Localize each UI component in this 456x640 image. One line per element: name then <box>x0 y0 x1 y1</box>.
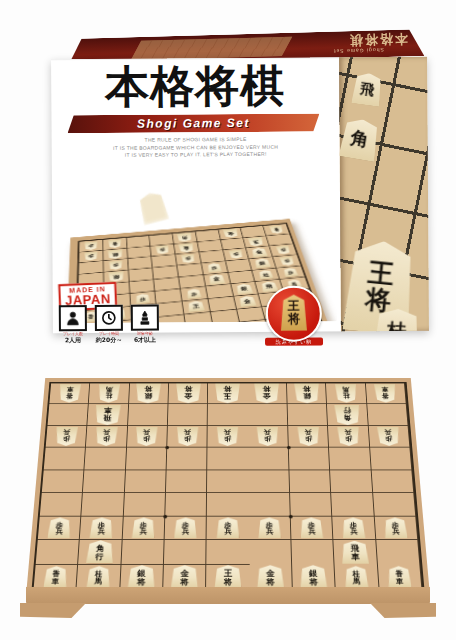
board-cell: 桂馬 <box>77 564 121 589</box>
board-cell: 歩兵 <box>208 426 249 448</box>
board-cell <box>158 314 186 323</box>
shogi-piece-角-down: 角 <box>177 233 192 242</box>
shogi-piece-飛車-gote: 飛車 <box>95 405 121 425</box>
shogi-piece-香-down: 香 <box>108 239 121 248</box>
board-cell <box>249 493 291 516</box>
board-cell: 歩兵 <box>248 426 289 448</box>
shogi-piece-歩-up: 歩 <box>135 293 150 304</box>
board-cell <box>208 448 249 470</box>
board-cell <box>330 470 372 493</box>
shogi-piece-歩-down: 歩 <box>84 252 97 261</box>
shogi-piece-歩兵-gote: 歩兵 <box>337 427 359 446</box>
shogi-piece-金将-gote: 金将 <box>175 384 200 404</box>
shogi-piece-歩兵-gote: 歩兵 <box>297 427 319 446</box>
king-piece-badge: 王 将 読みやすい駒 <box>265 285 323 345</box>
board-cell <box>128 404 169 425</box>
shogi-piece-桂馬-gote: 桂馬 <box>98 384 120 402</box>
box-subtitle: Shogi Game Set <box>137 116 250 131</box>
board-cell: 銀将 <box>287 383 327 404</box>
spec-age: 対象年齢 6才以上 <box>131 305 159 344</box>
board-cell: 玉将 <box>208 383 248 404</box>
board-cell: 歩兵 <box>291 516 334 540</box>
spec-age-value: 6才以上 <box>131 336 159 343</box>
spec-icons: プレイ人数 2人用 プレイ時間 約20分～ 対象年齢 6才以上 <box>59 305 159 344</box>
board-cell <box>367 404 409 425</box>
shogi-piece-金-down: 金 <box>178 243 194 253</box>
shogi-piece-歩兵-gote: 歩兵 <box>95 427 117 446</box>
board-rim: 香車桂馬銀将金将玉将金将銀将桂馬香車飛車角行歩兵歩兵歩兵歩兵歩兵歩兵歩兵歩兵歩兵… <box>26 378 430 596</box>
spec-time: プレイ時間 約20分～ <box>95 305 123 344</box>
board-cell: 歩兵 <box>374 516 418 540</box>
shogi-board: 香車桂馬銀将金将玉将金将銀将桂馬香車飛車角行歩兵歩兵歩兵歩兵歩兵歩兵歩兵歩兵歩兵… <box>26 378 430 596</box>
board-cell <box>207 540 250 564</box>
board-cell: 香車 <box>34 564 79 589</box>
shogi-piece-金将-gote: 金将 <box>255 384 280 404</box>
board-cell <box>167 448 208 470</box>
king-badge-piece: 王 将 <box>281 295 307 331</box>
shogi-grid: 香車桂馬銀将金将玉将金将銀将桂馬香車飛車角行歩兵歩兵歩兵歩兵歩兵歩兵歩兵歩兵歩兵… <box>31 382 424 591</box>
board-cell: 歩兵 <box>167 426 208 448</box>
board-cell: 歩兵 <box>46 426 88 448</box>
shogi-piece-桂-up: 桂 <box>258 270 274 280</box>
shogi-piece-歩兵-sente: 歩兵 <box>384 517 408 538</box>
board-cell <box>370 448 412 470</box>
board-cell: 歩兵 <box>328 426 370 448</box>
board-cell <box>40 493 83 516</box>
board-foot-left <box>20 603 86 618</box>
board-cell: 金将 <box>249 564 292 589</box>
shogi-piece-王-up: 王 <box>187 300 205 312</box>
shogi-piece-玉-down: 玉 <box>248 237 265 247</box>
board-cell <box>213 323 243 324</box>
shogi-piece-銀-down: 銀 <box>108 271 124 282</box>
shogi-piece-歩-down: 歩 <box>156 246 170 255</box>
shogi-piece-歩兵-gote: 歩兵 <box>377 427 400 446</box>
king-badge-circle: 王 将 <box>266 285 322 341</box>
board-cell: 角行 <box>78 540 122 564</box>
board-cell <box>288 404 329 425</box>
shogi-piece-歩兵-gote: 歩兵 <box>136 427 158 446</box>
shogi-piece-香-down: 香 <box>269 225 284 234</box>
moving-piece-blur <box>137 190 170 226</box>
board-cell <box>42 470 85 493</box>
shogi-piece-歩兵-sente: 歩兵 <box>300 517 323 538</box>
shogi-piece-香車-gote: 香車 <box>374 384 396 402</box>
board-cell <box>83 470 125 493</box>
shogi-piece-飛車-sente: 飛車 <box>341 541 369 564</box>
board-cell <box>289 470 331 493</box>
shogi-piece-歩兵-sente: 歩兵 <box>342 517 365 538</box>
board-cell: 金将 <box>168 383 208 404</box>
shogi-piece-歩兵-gote: 歩兵 <box>176 427 198 446</box>
board-cell <box>125 470 167 493</box>
shogi-piece-桂馬-sente: 桂馬 <box>87 566 111 588</box>
spec-players-value: 2人用 <box>59 337 87 344</box>
board-cell <box>165 493 207 516</box>
box-front-left-panel: 本格将棋 Shogi Game Set THE RULE OF SHOGI GA… <box>51 57 341 333</box>
board-foot-right <box>370 603 436 618</box>
shogi-piece-香車-sente: 香車 <box>43 566 67 588</box>
box-subtitle-banner: Shogi Game Set <box>67 113 319 133</box>
shogi-piece-桂馬-sente: 桂馬 <box>344 566 368 588</box>
board-cell: 金将 <box>163 564 206 589</box>
board-cell <box>164 540 207 564</box>
spec-time-value: 約20分～ <box>95 337 123 344</box>
shogi-piece-金将-sente: 金将 <box>257 565 284 589</box>
shogi-piece-銀将-gote: 銀将 <box>136 384 161 404</box>
shogi-piece-歩-down: 歩 <box>181 254 195 263</box>
shogi-piece-銀-down: 銀 <box>108 249 123 259</box>
shogi-piece-歩兵-sente: 歩兵 <box>258 517 281 538</box>
board-cell: 歩兵 <box>165 516 208 540</box>
shogi-piece-角行-gote: 角行 <box>334 405 360 425</box>
box-top-board-texture <box>131 37 293 60</box>
board-cell: 銀将 <box>129 383 169 404</box>
board-cell <box>82 493 125 516</box>
board-cell <box>249 540 292 564</box>
board-cell <box>248 404 288 425</box>
board-cell <box>85 448 127 470</box>
board-cell <box>211 309 240 323</box>
board-cell: 歩兵 <box>38 516 82 540</box>
spec-players: プレイ人数 2人用 <box>59 305 87 344</box>
board-cell <box>208 404 248 425</box>
shogi-piece-歩兵-gote: 歩兵 <box>55 427 78 446</box>
shogi-piece-桂馬-gote: 桂馬 <box>335 384 357 402</box>
board-front-edge <box>26 587 430 604</box>
board-cell <box>123 493 165 516</box>
board-cell: 銀将 <box>120 564 164 589</box>
board-cell <box>290 493 332 516</box>
board-cell: 飛車 <box>334 540 378 564</box>
board-cell: 歩兵 <box>122 516 165 540</box>
shogi-piece-角行-sente: 角行 <box>86 540 114 563</box>
shogi-piece-歩-down: 歩 <box>84 241 97 250</box>
shogi-piece-香車-sente: 香車 <box>387 566 411 588</box>
board-cell <box>36 540 80 564</box>
board-cell <box>207 470 248 493</box>
shogi-piece-歩-down: 歩 <box>275 246 290 255</box>
board-cell: 金将 <box>248 383 288 404</box>
board-cell <box>331 493 374 516</box>
board-cell <box>289 448 331 470</box>
board-cell: 桂馬 <box>326 383 367 404</box>
shogi-piece-金-up: 金 <box>251 247 268 257</box>
board-cell <box>291 540 334 564</box>
board-cell: 歩兵 <box>127 426 168 448</box>
board-cell: 香車 <box>49 383 90 404</box>
hoshi-dot <box>289 515 293 519</box>
shogi-piece-王将-sente: 王将 <box>215 565 242 589</box>
shogi-piece-金将-sente: 金将 <box>171 565 198 589</box>
board-cell <box>373 493 416 516</box>
board-cell: 桂馬 <box>335 564 379 589</box>
board-cell <box>248 448 289 470</box>
shogi-piece-歩-down: 歩 <box>279 256 295 266</box>
board-cell: 歩兵 <box>86 426 128 448</box>
shogi-piece-歩-up: 歩 <box>207 263 222 273</box>
board-cell <box>376 540 420 564</box>
board-cell <box>126 448 168 470</box>
board-cell <box>207 493 249 516</box>
shogi-piece-玉将-gote: 玉将 <box>216 384 241 404</box>
shogi-piece-金-down: 金 <box>223 229 239 238</box>
board-cell <box>121 540 164 564</box>
shogi-piece-歩兵-sente: 歩兵 <box>132 517 155 538</box>
board-cell: 歩兵 <box>333 516 376 540</box>
board-cell <box>329 448 371 470</box>
shogi-piece-金-up: 金 <box>208 274 225 285</box>
board-cell: 角行 <box>327 404 368 425</box>
board-cell: 飛車 <box>88 404 129 425</box>
board-cell <box>47 404 89 425</box>
box-top-title-reversed: 本格将棋 <box>348 32 408 47</box>
shogi-piece-香車-gote: 香車 <box>58 384 80 402</box>
shogi-piece-歩-down: 歩 <box>109 261 123 271</box>
shogi-piece-銀-up: 銀 <box>254 258 271 268</box>
product-photo: 本格将棋 Shogi Game Set 本格将棋 Shogi Game Set … <box>0 0 456 640</box>
shogi-piece-銀将-sente: 銀将 <box>128 565 156 589</box>
board-cell: 歩兵 <box>80 516 123 540</box>
shogi-piece-歩兵-gote: 歩兵 <box>257 427 279 446</box>
shogi-piece-歩兵-sente: 歩兵 <box>174 517 197 538</box>
shogi-piece-歩兵-sente: 歩兵 <box>47 517 71 538</box>
board-cell: 歩兵 <box>368 426 410 448</box>
players-icon <box>59 305 87 331</box>
board-cell: 銀将 <box>292 564 336 589</box>
board-cell: 歩兵 <box>288 426 329 448</box>
board-cell: 王将 <box>206 564 249 589</box>
shogi-board-product: 香車桂馬銀将金将玉将金将銀将桂馬香車飛車角行歩兵歩兵歩兵歩兵歩兵歩兵歩兵歩兵歩兵… <box>22 344 434 624</box>
board-cell <box>166 470 208 493</box>
shogi-piece-歩兵-sente: 歩兵 <box>217 517 239 538</box>
shogi-piece-銀-up: 銀 <box>235 283 253 294</box>
board-cell <box>371 470 414 493</box>
shogi-piece-歩兵-sente: 歩兵 <box>90 517 113 538</box>
board-cell <box>44 448 86 470</box>
box-top-subtitle-reversed: Shogi Game Set <box>333 47 384 54</box>
hoshi-dot <box>163 515 167 519</box>
shogi-piece-歩-up: 歩 <box>186 288 201 299</box>
board-cell <box>168 404 208 425</box>
board-cell: 香車 <box>366 383 407 404</box>
king-kanji-2: 将 <box>288 313 300 326</box>
shogi-piece-歩-down: 歩 <box>228 250 243 259</box>
board-cell <box>184 312 213 323</box>
shogi-piece-銀将-sente: 銀将 <box>300 565 328 589</box>
board-cell: 桂馬 <box>89 383 130 404</box>
board-cell: 香車 <box>378 564 423 589</box>
clock-icon <box>95 305 123 331</box>
shogi-piece-銀将-gote: 銀将 <box>294 384 319 404</box>
shogi-piece-歩-up: 歩 <box>283 267 299 277</box>
board-cell: 歩兵 <box>249 516 291 540</box>
age-icon <box>131 305 159 331</box>
box-side-panel: 飛 角 王 将 桂 <box>339 57 429 332</box>
box-front: 本格将棋 Shogi Game Set THE RULE OF SHOGI GA… <box>51 57 429 334</box>
shogi-piece-歩兵-gote: 歩兵 <box>217 427 238 446</box>
box-title: 本格将棋 <box>51 63 339 109</box>
board-cell <box>248 470 290 493</box>
shogi-piece-金-up: 金 <box>238 295 256 307</box>
board-cell: 歩兵 <box>207 516 249 540</box>
